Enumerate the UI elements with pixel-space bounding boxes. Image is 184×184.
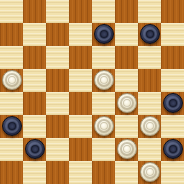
- square-h2[interactable]: [161, 138, 184, 161]
- square-h6[interactable]: [161, 46, 184, 69]
- square-e3[interactable]: [92, 115, 115, 138]
- square-f5[interactable]: [115, 69, 138, 92]
- square-e1[interactable]: [92, 161, 115, 184]
- square-d5[interactable]: [69, 69, 92, 92]
- square-d6[interactable]: [69, 46, 92, 69]
- square-a4[interactable]: [0, 92, 23, 115]
- square-b8[interactable]: [23, 0, 46, 23]
- square-f3[interactable]: [115, 115, 138, 138]
- checkers-board: [0, 0, 184, 184]
- white-man[interactable]: [94, 116, 114, 136]
- white-man[interactable]: [94, 70, 114, 90]
- square-c3[interactable]: [46, 115, 69, 138]
- square-a7[interactable]: [0, 23, 23, 46]
- white-man[interactable]: [117, 139, 137, 159]
- square-g1[interactable]: [138, 161, 161, 184]
- black-man[interactable]: [140, 24, 160, 44]
- square-b7[interactable]: [23, 23, 46, 46]
- square-h8[interactable]: [161, 0, 184, 23]
- square-e4[interactable]: [92, 92, 115, 115]
- square-a5[interactable]: [0, 69, 23, 92]
- square-g5[interactable]: [138, 69, 161, 92]
- square-h3[interactable]: [161, 115, 184, 138]
- square-d2[interactable]: [69, 138, 92, 161]
- square-f6[interactable]: [115, 46, 138, 69]
- black-man[interactable]: [25, 139, 45, 159]
- square-c6[interactable]: [46, 46, 69, 69]
- square-f4[interactable]: [115, 92, 138, 115]
- white-man[interactable]: [140, 116, 160, 136]
- square-c5[interactable]: [46, 69, 69, 92]
- square-b1[interactable]: [23, 161, 46, 184]
- square-d3[interactable]: [69, 115, 92, 138]
- square-d1[interactable]: [69, 161, 92, 184]
- square-f2[interactable]: [115, 138, 138, 161]
- square-a8[interactable]: [0, 0, 23, 23]
- square-a1[interactable]: [0, 161, 23, 184]
- square-b5[interactable]: [23, 69, 46, 92]
- square-h1[interactable]: [161, 161, 184, 184]
- black-man[interactable]: [163, 93, 183, 113]
- square-h4[interactable]: [161, 92, 184, 115]
- square-c4[interactable]: [46, 92, 69, 115]
- white-man[interactable]: [140, 162, 160, 182]
- black-man[interactable]: [94, 24, 114, 44]
- white-man[interactable]: [117, 93, 137, 113]
- square-b4[interactable]: [23, 92, 46, 115]
- square-b3[interactable]: [23, 115, 46, 138]
- square-e8[interactable]: [92, 0, 115, 23]
- black-man[interactable]: [2, 116, 22, 136]
- square-e2[interactable]: [92, 138, 115, 161]
- square-b2[interactable]: [23, 138, 46, 161]
- square-e7[interactable]: [92, 23, 115, 46]
- square-c2[interactable]: [46, 138, 69, 161]
- white-man[interactable]: [2, 70, 22, 90]
- square-e6[interactable]: [92, 46, 115, 69]
- square-f8[interactable]: [115, 0, 138, 23]
- square-c8[interactable]: [46, 0, 69, 23]
- square-c7[interactable]: [46, 23, 69, 46]
- square-f7[interactable]: [115, 23, 138, 46]
- square-a6[interactable]: [0, 46, 23, 69]
- square-e5[interactable]: [92, 69, 115, 92]
- square-b6[interactable]: [23, 46, 46, 69]
- square-a3[interactable]: [0, 115, 23, 138]
- square-d7[interactable]: [69, 23, 92, 46]
- square-h5[interactable]: [161, 69, 184, 92]
- square-g4[interactable]: [138, 92, 161, 115]
- square-g8[interactable]: [138, 0, 161, 23]
- square-c1[interactable]: [46, 161, 69, 184]
- square-d8[interactable]: [69, 0, 92, 23]
- square-f1[interactable]: [115, 161, 138, 184]
- square-g2[interactable]: [138, 138, 161, 161]
- square-d4[interactable]: [69, 92, 92, 115]
- square-h7[interactable]: [161, 23, 184, 46]
- square-g7[interactable]: [138, 23, 161, 46]
- square-g6[interactable]: [138, 46, 161, 69]
- square-a2[interactable]: [0, 138, 23, 161]
- black-man[interactable]: [163, 139, 183, 159]
- square-g3[interactable]: [138, 115, 161, 138]
